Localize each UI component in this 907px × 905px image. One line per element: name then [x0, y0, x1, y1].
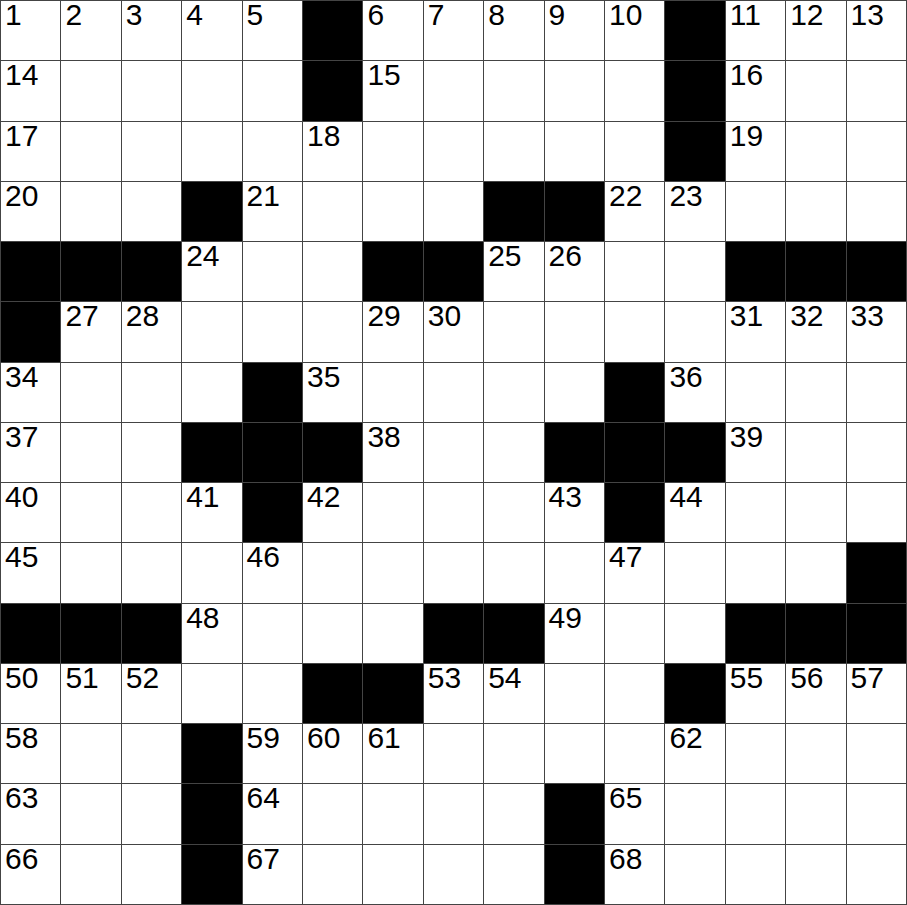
- clue-number: 22: [609, 179, 642, 214]
- cell-r9c4[interactable]: 46: [243, 543, 302, 602]
- cell-r1c7[interactable]: [424, 61, 483, 120]
- cell-r4c8[interactable]: 25: [484, 242, 543, 301]
- clue-number: 48: [186, 601, 219, 636]
- black-cell-r7c3: [182, 423, 241, 482]
- cell-r8c11[interactable]: 44: [665, 483, 724, 542]
- clue-number: 1: [5, 0, 22, 33]
- cell-r0c10[interactable]: 10: [605, 1, 664, 60]
- cell-r5c9[interactable]: [545, 302, 604, 361]
- cell-r14c7[interactable]: [424, 845, 483, 904]
- cell-r13c14[interactable]: [847, 784, 906, 843]
- cell-r0c13[interactable]: 12: [786, 1, 845, 60]
- black-cell-r12c3: [182, 724, 241, 783]
- cell-r11c7[interactable]: 53: [424, 664, 483, 723]
- clue-number: 32: [790, 299, 823, 334]
- cell-r14c2[interactable]: [122, 845, 181, 904]
- cell-r8c1[interactable]: [61, 483, 120, 542]
- black-cell-r7c5: [303, 423, 362, 482]
- black-cell-r7c11: [665, 423, 724, 482]
- black-cell-r10c2: [122, 604, 181, 663]
- black-cell-r3c8: [484, 182, 543, 241]
- black-cell-r8c4: [243, 483, 302, 542]
- cell-r2c7[interactable]: [424, 122, 483, 181]
- cell-r8c9[interactable]: 43: [545, 483, 604, 542]
- clue-number: 7: [428, 0, 445, 33]
- cell-r8c8[interactable]: [484, 483, 543, 542]
- cell-r3c7[interactable]: [424, 182, 483, 241]
- cell-r10c4[interactable]: [243, 604, 302, 663]
- cell-r5c12[interactable]: 31: [726, 302, 785, 361]
- cell-r7c1[interactable]: [61, 423, 120, 482]
- cell-r8c6[interactable]: [363, 483, 422, 542]
- black-cell-r0c11: [665, 1, 724, 60]
- cell-r14c4[interactable]: 67: [243, 845, 302, 904]
- clue-number: 41: [186, 480, 219, 515]
- cell-r1c0[interactable]: 14: [1, 61, 60, 120]
- clue-number: 37: [5, 420, 38, 455]
- black-cell-r10c1: [61, 604, 120, 663]
- black-cell-r1c5: [303, 61, 362, 120]
- cell-r3c14[interactable]: [847, 182, 906, 241]
- cell-r0c12[interactable]: 11: [726, 1, 785, 60]
- black-cell-r4c12: [726, 242, 785, 301]
- black-cell-r10c7: [424, 604, 483, 663]
- cell-r6c7[interactable]: [424, 363, 483, 422]
- clue-number: 31: [730, 299, 763, 334]
- cell-r13c10[interactable]: 65: [605, 784, 664, 843]
- cell-r13c5[interactable]: [303, 784, 362, 843]
- cell-r7c8[interactable]: [484, 423, 543, 482]
- cell-r9c8[interactable]: [484, 543, 543, 602]
- cell-r1c4[interactable]: [243, 61, 302, 120]
- clue-number: 56: [790, 661, 823, 696]
- black-cell-r2c11: [665, 122, 724, 181]
- cell-r4c5[interactable]: [303, 242, 362, 301]
- black-cell-r5c0: [1, 302, 60, 361]
- clue-number: 28: [126, 299, 159, 334]
- clue-number: 25: [488, 239, 521, 274]
- black-cell-r11c6: [363, 664, 422, 723]
- clue-number: 15: [367, 58, 400, 93]
- cell-r8c3[interactable]: 41: [182, 483, 241, 542]
- cell-r11c8[interactable]: 54: [484, 664, 543, 723]
- cell-r11c0[interactable]: 50: [1, 664, 60, 723]
- cell-r5c7[interactable]: 30: [424, 302, 483, 361]
- cell-r13c1[interactable]: [61, 784, 120, 843]
- cell-r11c3[interactable]: [182, 664, 241, 723]
- cell-r2c10[interactable]: [605, 122, 664, 181]
- cell-r2c4[interactable]: [243, 122, 302, 181]
- black-cell-r1c11: [665, 61, 724, 120]
- cell-r6c6[interactable]: [363, 363, 422, 422]
- clue-number: 5: [247, 0, 264, 33]
- black-cell-r10c8: [484, 604, 543, 663]
- clue-number: 16: [730, 58, 763, 93]
- clue-number: 60: [307, 721, 340, 756]
- cell-r13c7[interactable]: [424, 784, 483, 843]
- black-cell-r10c13: [786, 604, 845, 663]
- cell-r12c0[interactable]: 58: [1, 724, 60, 783]
- cell-r5c13[interactable]: 32: [786, 302, 845, 361]
- cell-r5c11[interactable]: [665, 302, 724, 361]
- cell-r7c12[interactable]: 39: [726, 423, 785, 482]
- black-cell-r4c0: [1, 242, 60, 301]
- clue-number: 8: [488, 0, 505, 33]
- cell-r10c11[interactable]: [665, 604, 724, 663]
- cell-r6c13[interactable]: [786, 363, 845, 422]
- cell-r9c1[interactable]: [61, 543, 120, 602]
- clue-number: 38: [367, 420, 400, 455]
- cell-r12c4[interactable]: 59: [243, 724, 302, 783]
- cell-r11c12[interactable]: 55: [726, 664, 785, 723]
- clue-number: 58: [5, 721, 38, 756]
- black-cell-r6c4: [243, 363, 302, 422]
- clue-number: 65: [609, 781, 642, 816]
- cell-r8c13[interactable]: [786, 483, 845, 542]
- cell-r2c14[interactable]: [847, 122, 906, 181]
- clue-number: 2: [65, 0, 82, 33]
- clue-number: 11: [730, 0, 761, 33]
- cell-r13c0[interactable]: 63: [1, 784, 60, 843]
- cell-r6c12[interactable]: [726, 363, 785, 422]
- cell-r9c2[interactable]: [122, 543, 181, 602]
- clue-number: 57: [851, 661, 884, 696]
- clue-number: 34: [5, 360, 38, 395]
- cell-r2c6[interactable]: [363, 122, 422, 181]
- cell-r2c8[interactable]: [484, 122, 543, 181]
- clue-number: 21: [247, 179, 280, 214]
- clue-number: 19: [730, 119, 763, 154]
- clue-number: 66: [5, 842, 38, 877]
- cell-r5c1[interactable]: 27: [61, 302, 120, 361]
- clue-number: 61: [367, 721, 400, 756]
- clue-number: 53: [428, 661, 461, 696]
- cell-r3c4[interactable]: 21: [243, 182, 302, 241]
- cell-r12c9[interactable]: [545, 724, 604, 783]
- cell-r1c2[interactable]: [122, 61, 181, 120]
- cell-r5c3[interactable]: [182, 302, 241, 361]
- cell-r11c9[interactable]: [545, 664, 604, 723]
- crossword-grid: 1234567891011121314151617181920212223242…: [0, 0, 907, 905]
- clue-number: 20: [5, 179, 38, 214]
- cell-r0c7[interactable]: 7: [424, 1, 483, 60]
- black-cell-r4c14: [847, 242, 906, 301]
- cell-r0c8[interactable]: 8: [484, 1, 543, 60]
- cell-r14c6[interactable]: [363, 845, 422, 904]
- clue-number: 40: [5, 480, 38, 515]
- black-cell-r9c14: [847, 543, 906, 602]
- cell-r11c14[interactable]: 57: [847, 664, 906, 723]
- black-cell-r7c10: [605, 423, 664, 482]
- clue-number: 27: [65, 299, 98, 334]
- cell-r5c14[interactable]: 33: [847, 302, 906, 361]
- cell-r10c6[interactable]: [363, 604, 422, 663]
- clue-number: 6: [367, 0, 384, 33]
- cell-r12c5[interactable]: 60: [303, 724, 362, 783]
- cell-r6c9[interactable]: [545, 363, 604, 422]
- clue-number: 50: [5, 661, 38, 696]
- cell-r2c13[interactable]: [786, 122, 845, 181]
- cell-r5c10[interactable]: [605, 302, 664, 361]
- clue-number: 24: [186, 239, 219, 274]
- cell-r7c0[interactable]: 37: [1, 423, 60, 482]
- cell-r12c12[interactable]: [726, 724, 785, 783]
- cell-r8c2[interactable]: [122, 483, 181, 542]
- cell-r1c8[interactable]: [484, 61, 543, 120]
- clue-number: 30: [428, 299, 461, 334]
- clue-number: 13: [851, 0, 884, 33]
- cell-r12c6[interactable]: 61: [363, 724, 422, 783]
- cell-r7c14[interactable]: [847, 423, 906, 482]
- cell-r13c2[interactable]: [122, 784, 181, 843]
- cell-r7c2[interactable]: [122, 423, 181, 482]
- clue-number: 12: [790, 0, 823, 33]
- cell-r13c4[interactable]: 64: [243, 784, 302, 843]
- cell-r1c10[interactable]: [605, 61, 664, 120]
- clue-number: 10: [609, 0, 642, 33]
- cell-r2c0[interactable]: 17: [1, 122, 60, 181]
- cell-r3c13[interactable]: [786, 182, 845, 241]
- clue-number: 35: [307, 360, 340, 395]
- cell-r14c0[interactable]: 66: [1, 845, 60, 904]
- black-cell-r11c11: [665, 664, 724, 723]
- clue-number: 23: [669, 179, 702, 214]
- cell-r6c3[interactable]: [182, 363, 241, 422]
- clue-number: 63: [5, 781, 38, 816]
- cell-r9c9[interactable]: [545, 543, 604, 602]
- cell-r2c5[interactable]: 18: [303, 122, 362, 181]
- cell-r8c7[interactable]: [424, 483, 483, 542]
- black-cell-r10c0: [1, 604, 60, 663]
- clue-number: 26: [549, 239, 582, 274]
- cell-r1c14[interactable]: [847, 61, 906, 120]
- cell-r4c11[interactable]: [665, 242, 724, 301]
- clue-number: 52: [126, 661, 159, 696]
- black-cell-r3c9: [545, 182, 604, 241]
- cell-r2c1[interactable]: [61, 122, 120, 181]
- clue-number: 33: [851, 299, 884, 334]
- cell-r14c5[interactable]: [303, 845, 362, 904]
- clue-number: 9: [549, 0, 566, 33]
- cell-r3c6[interactable]: [363, 182, 422, 241]
- cell-r5c8[interactable]: [484, 302, 543, 361]
- clue-number: 55: [730, 661, 763, 696]
- cell-r1c13[interactable]: [786, 61, 845, 120]
- cell-r5c6[interactable]: 29: [363, 302, 422, 361]
- cell-r11c2[interactable]: 52: [122, 664, 181, 723]
- cell-r12c8[interactable]: [484, 724, 543, 783]
- clue-number: 67: [247, 842, 280, 877]
- cell-r1c3[interactable]: [182, 61, 241, 120]
- clue-number: 44: [669, 480, 702, 515]
- cell-r14c8[interactable]: [484, 845, 543, 904]
- cell-r8c5[interactable]: 42: [303, 483, 362, 542]
- black-cell-r4c6: [363, 242, 422, 301]
- black-cell-r0c5: [303, 1, 362, 60]
- black-cell-r7c4: [243, 423, 302, 482]
- clue-number: 43: [549, 480, 582, 515]
- black-cell-r11c5: [303, 664, 362, 723]
- black-cell-r7c9: [545, 423, 604, 482]
- cell-r9c3[interactable]: [182, 543, 241, 602]
- clue-number: 64: [247, 781, 280, 816]
- cell-r12c2[interactable]: [122, 724, 181, 783]
- cell-r9c10[interactable]: 47: [605, 543, 664, 602]
- cell-r9c11[interactable]: [665, 543, 724, 602]
- cell-r11c10[interactable]: [605, 664, 664, 723]
- black-cell-r8c10: [605, 483, 664, 542]
- cell-r3c10[interactable]: 22: [605, 182, 664, 241]
- cell-r0c1[interactable]: 2: [61, 1, 120, 60]
- cell-r13c8[interactable]: [484, 784, 543, 843]
- cell-r1c6[interactable]: 15: [363, 61, 422, 120]
- cell-r4c4[interactable]: [243, 242, 302, 301]
- clue-number: 49: [549, 601, 582, 636]
- cell-r12c13[interactable]: [786, 724, 845, 783]
- black-cell-r4c13: [786, 242, 845, 301]
- cell-r6c0[interactable]: 34: [1, 363, 60, 422]
- black-cell-r3c3: [182, 182, 241, 241]
- cell-r10c3[interactable]: 48: [182, 604, 241, 663]
- cell-r3c11[interactable]: 23: [665, 182, 724, 241]
- cell-r9c6[interactable]: [363, 543, 422, 602]
- cell-r0c4[interactable]: 5: [243, 1, 302, 60]
- cell-r10c10[interactable]: [605, 604, 664, 663]
- cell-r9c12[interactable]: [726, 543, 785, 602]
- cell-r7c6[interactable]: 38: [363, 423, 422, 482]
- cell-r14c1[interactable]: [61, 845, 120, 904]
- clue-number: 29: [367, 299, 400, 334]
- cell-r14c14[interactable]: [847, 845, 906, 904]
- cell-r13c11[interactable]: [665, 784, 724, 843]
- cell-r8c12[interactable]: [726, 483, 785, 542]
- black-cell-r10c14: [847, 604, 906, 663]
- clue-number: 18: [307, 119, 340, 154]
- cell-r12c10[interactable]: [605, 724, 664, 783]
- clue-number: 39: [730, 420, 763, 455]
- clue-number: 47: [609, 540, 642, 575]
- black-cell-r13c3: [182, 784, 241, 843]
- black-cell-r4c1: [61, 242, 120, 301]
- black-cell-r10c12: [726, 604, 785, 663]
- cell-r4c3[interactable]: 24: [182, 242, 241, 301]
- clue-number: 54: [488, 661, 521, 696]
- clue-number: 17: [5, 119, 38, 154]
- cell-r9c7[interactable]: [424, 543, 483, 602]
- cell-r6c8[interactable]: [484, 363, 543, 422]
- cell-r10c9[interactable]: 49: [545, 604, 604, 663]
- cell-r11c13[interactable]: 56: [786, 664, 845, 723]
- cell-r5c4[interactable]: [243, 302, 302, 361]
- cell-r0c6[interactable]: 6: [363, 1, 422, 60]
- cell-r3c2[interactable]: [122, 182, 181, 241]
- cell-r3c0[interactable]: 20: [1, 182, 60, 241]
- cell-r12c1[interactable]: [61, 724, 120, 783]
- cell-r0c2[interactable]: 3: [122, 1, 181, 60]
- clue-number: 51: [65, 661, 98, 696]
- clue-number: 68: [609, 842, 642, 877]
- cell-r2c9[interactable]: [545, 122, 604, 181]
- clue-number: 45: [5, 540, 38, 575]
- cell-r6c14[interactable]: [847, 363, 906, 422]
- clue-number: 42: [307, 480, 340, 515]
- cell-r7c13[interactable]: [786, 423, 845, 482]
- cell-r14c12[interactable]: [726, 845, 785, 904]
- clue-number: 59: [247, 721, 280, 756]
- cell-r5c5[interactable]: [303, 302, 362, 361]
- cell-r3c5[interactable]: [303, 182, 362, 241]
- cell-r4c9[interactable]: 26: [545, 242, 604, 301]
- cell-r6c2[interactable]: [122, 363, 181, 422]
- cell-r12c11[interactable]: 62: [665, 724, 724, 783]
- cell-r8c14[interactable]: [847, 483, 906, 542]
- cell-r5c2[interactable]: 28: [122, 302, 181, 361]
- clue-number: 46: [247, 540, 280, 575]
- clue-number: 14: [5, 58, 38, 93]
- black-cell-r4c2: [122, 242, 181, 301]
- cell-r2c12[interactable]: 19: [726, 122, 785, 181]
- cell-r1c1[interactable]: [61, 61, 120, 120]
- cell-r2c3[interactable]: [182, 122, 241, 181]
- cell-r7c7[interactable]: [424, 423, 483, 482]
- black-cell-r14c9: [545, 845, 604, 904]
- cell-r6c5[interactable]: 35: [303, 363, 362, 422]
- cell-r9c0[interactable]: 45: [1, 543, 60, 602]
- black-cell-r13c9: [545, 784, 604, 843]
- cell-r4c10[interactable]: [605, 242, 664, 301]
- clue-number: 3: [126, 0, 143, 33]
- cell-r6c1[interactable]: [61, 363, 120, 422]
- cell-r13c12[interactable]: [726, 784, 785, 843]
- cell-r13c6[interactable]: [363, 784, 422, 843]
- clue-number: 4: [186, 0, 203, 33]
- cell-r9c13[interactable]: [786, 543, 845, 602]
- cell-r14c11[interactable]: [665, 845, 724, 904]
- cell-r11c1[interactable]: 51: [61, 664, 120, 723]
- cell-r14c13[interactable]: [786, 845, 845, 904]
- cell-r1c12[interactable]: 16: [726, 61, 785, 120]
- black-cell-r4c7: [424, 242, 483, 301]
- black-cell-r6c10: [605, 363, 664, 422]
- cell-r3c1[interactable]: [61, 182, 120, 241]
- cell-r6c11[interactable]: 36: [665, 363, 724, 422]
- cell-r0c3[interactable]: 4: [182, 1, 241, 60]
- cell-r1c9[interactable]: [545, 61, 604, 120]
- cell-r0c14[interactable]: 13: [847, 1, 906, 60]
- cell-r13c13[interactable]: [786, 784, 845, 843]
- clue-number: 36: [669, 360, 702, 395]
- cell-r3c12[interactable]: [726, 182, 785, 241]
- cell-r12c14[interactable]: [847, 724, 906, 783]
- cell-r12c7[interactable]: [424, 724, 483, 783]
- clue-number: 62: [669, 721, 702, 756]
- cell-r0c0[interactable]: 1: [1, 1, 60, 60]
- cell-r9c5[interactable]: [303, 543, 362, 602]
- cell-r11c4[interactable]: [243, 664, 302, 723]
- cell-r14c10[interactable]: 68: [605, 845, 664, 904]
- black-cell-r14c3: [182, 845, 241, 904]
- cell-r0c9[interactable]: 9: [545, 1, 604, 60]
- cell-r10c5[interactable]: [303, 604, 362, 663]
- cell-r8c0[interactable]: 40: [1, 483, 60, 542]
- cell-r2c2[interactable]: [122, 122, 181, 181]
